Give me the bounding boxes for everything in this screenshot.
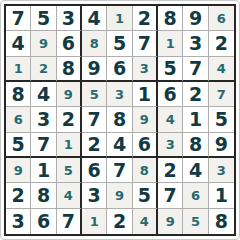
cell-r5c9[interactable]: 5 [209, 107, 234, 132]
cell-r1c2[interactable]: 5 [31, 6, 56, 31]
cell-r8c9[interactable]: 1 [209, 183, 234, 208]
cell-r6c6[interactable]: 6 [133, 133, 158, 158]
sudoku-screenshot-frame: 7534128964968571321289635748495316276327… [0, 0, 240, 240]
cell-r9c7[interactable]: 9 [158, 209, 183, 234]
cell-r8c1[interactable]: 2 [6, 183, 31, 208]
cell-r4c6[interactable]: 1 [133, 82, 158, 107]
cell-r7c9[interactable]: 3 [209, 158, 234, 183]
cell-r3c3[interactable]: 8 [57, 57, 82, 82]
cell-r4c9[interactable]: 7 [209, 82, 234, 107]
cell-r7c2[interactable]: 1 [31, 158, 56, 183]
cell-r9c1[interactable]: 3 [6, 209, 31, 234]
cell-r7c7[interactable]: 2 [158, 158, 183, 183]
cell-r3c6[interactable]: 3 [133, 57, 158, 82]
cell-r7c3[interactable]: 5 [57, 158, 82, 183]
cell-r8c7[interactable]: 7 [158, 183, 183, 208]
cell-r8c6[interactable]: 5 [133, 183, 158, 208]
cell-r9c6[interactable]: 4 [133, 209, 158, 234]
cell-r5c1[interactable]: 6 [6, 107, 31, 132]
cell-r3c5[interactable]: 6 [107, 57, 132, 82]
cell-r7c8[interactable]: 4 [183, 158, 208, 183]
cell-r6c2[interactable]: 7 [31, 133, 56, 158]
cell-r1c6[interactable]: 2 [133, 6, 158, 31]
cell-r7c4[interactable]: 6 [82, 158, 107, 183]
cell-r1c3[interactable]: 3 [57, 6, 82, 31]
cell-r4c1[interactable]: 8 [6, 82, 31, 107]
cell-r1c5[interactable]: 1 [107, 6, 132, 31]
cell-r2c6[interactable]: 7 [133, 31, 158, 56]
cell-r4c7[interactable]: 6 [158, 82, 183, 107]
cell-r6c8[interactable]: 8 [183, 133, 208, 158]
cell-r5c2[interactable]: 3 [31, 107, 56, 132]
cell-r9c9[interactable]: 8 [209, 209, 234, 234]
cell-r2c4[interactable]: 8 [82, 31, 107, 56]
cell-r6c7[interactable]: 3 [158, 133, 183, 158]
cell-r2c9[interactable]: 2 [209, 31, 234, 56]
cell-r3c9[interactable]: 4 [209, 57, 234, 82]
cell-r2c2[interactable]: 9 [31, 31, 56, 56]
cell-r7c1[interactable]: 9 [6, 158, 31, 183]
cell-r6c9[interactable]: 9 [209, 133, 234, 158]
cell-r1c9[interactable]: 6 [209, 6, 234, 31]
cell-r5c6[interactable]: 9 [133, 107, 158, 132]
cell-r9c5[interactable]: 2 [107, 209, 132, 234]
cell-r5c3[interactable]: 2 [57, 107, 82, 132]
cell-r8c2[interactable]: 8 [31, 183, 56, 208]
cell-r6c5[interactable]: 4 [107, 133, 132, 158]
cell-r9c2[interactable]: 6 [31, 209, 56, 234]
cell-r7c6[interactable]: 8 [133, 158, 158, 183]
cell-r5c4[interactable]: 7 [82, 107, 107, 132]
cell-r9c4[interactable]: 1 [82, 209, 107, 234]
cell-r3c4[interactable]: 9 [82, 57, 107, 82]
cell-r2c5[interactable]: 5 [107, 31, 132, 56]
cell-r2c8[interactable]: 3 [183, 31, 208, 56]
cell-r9c8[interactable]: 5 [183, 209, 208, 234]
cell-r1c7[interactable]: 8 [158, 6, 183, 31]
cell-r5c7[interactable]: 4 [158, 107, 183, 132]
cell-r1c1[interactable]: 7 [6, 6, 31, 31]
cell-r3c7[interactable]: 5 [158, 57, 183, 82]
cell-r4c4[interactable]: 5 [82, 82, 107, 107]
cell-r1c4[interactable]: 4 [82, 6, 107, 31]
cell-r7c5[interactable]: 7 [107, 158, 132, 183]
cell-r9c3[interactable]: 7 [57, 209, 82, 234]
cell-r2c3[interactable]: 6 [57, 31, 82, 56]
cell-r2c1[interactable]: 4 [6, 31, 31, 56]
cell-r4c8[interactable]: 2 [183, 82, 208, 107]
cell-r6c3[interactable]: 1 [57, 133, 82, 158]
cell-r8c8[interactable]: 6 [183, 183, 208, 208]
cell-r3c1[interactable]: 1 [6, 57, 31, 82]
cell-r4c3[interactable]: 9 [57, 82, 82, 107]
cell-r4c5[interactable]: 3 [107, 82, 132, 107]
cell-r5c8[interactable]: 1 [183, 107, 208, 132]
cell-r3c2[interactable]: 2 [31, 57, 56, 82]
cell-r2c7[interactable]: 1 [158, 31, 183, 56]
sudoku-board: 7534128964968571321289635748495316276327… [4, 4, 236, 236]
cell-r1c8[interactable]: 9 [183, 6, 208, 31]
cell-r8c5[interactable]: 9 [107, 183, 132, 208]
cell-r4c2[interactable]: 4 [31, 82, 56, 107]
cell-r3c8[interactable]: 7 [183, 57, 208, 82]
cell-r6c4[interactable]: 2 [82, 133, 107, 158]
cell-r6c1[interactable]: 5 [6, 133, 31, 158]
cell-r5c5[interactable]: 8 [107, 107, 132, 132]
cell-r8c3[interactable]: 4 [57, 183, 82, 208]
cell-r8c4[interactable]: 3 [82, 183, 107, 208]
